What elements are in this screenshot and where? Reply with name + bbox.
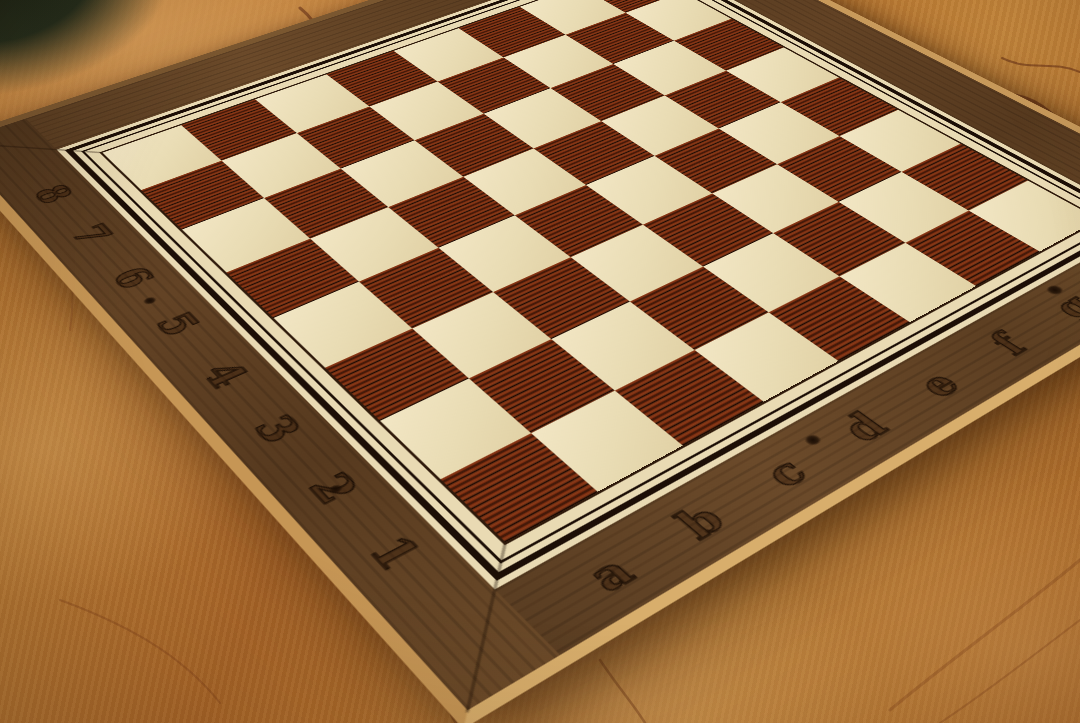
photo-scene: 12345678abcdefgh: [0, 0, 1080, 723]
